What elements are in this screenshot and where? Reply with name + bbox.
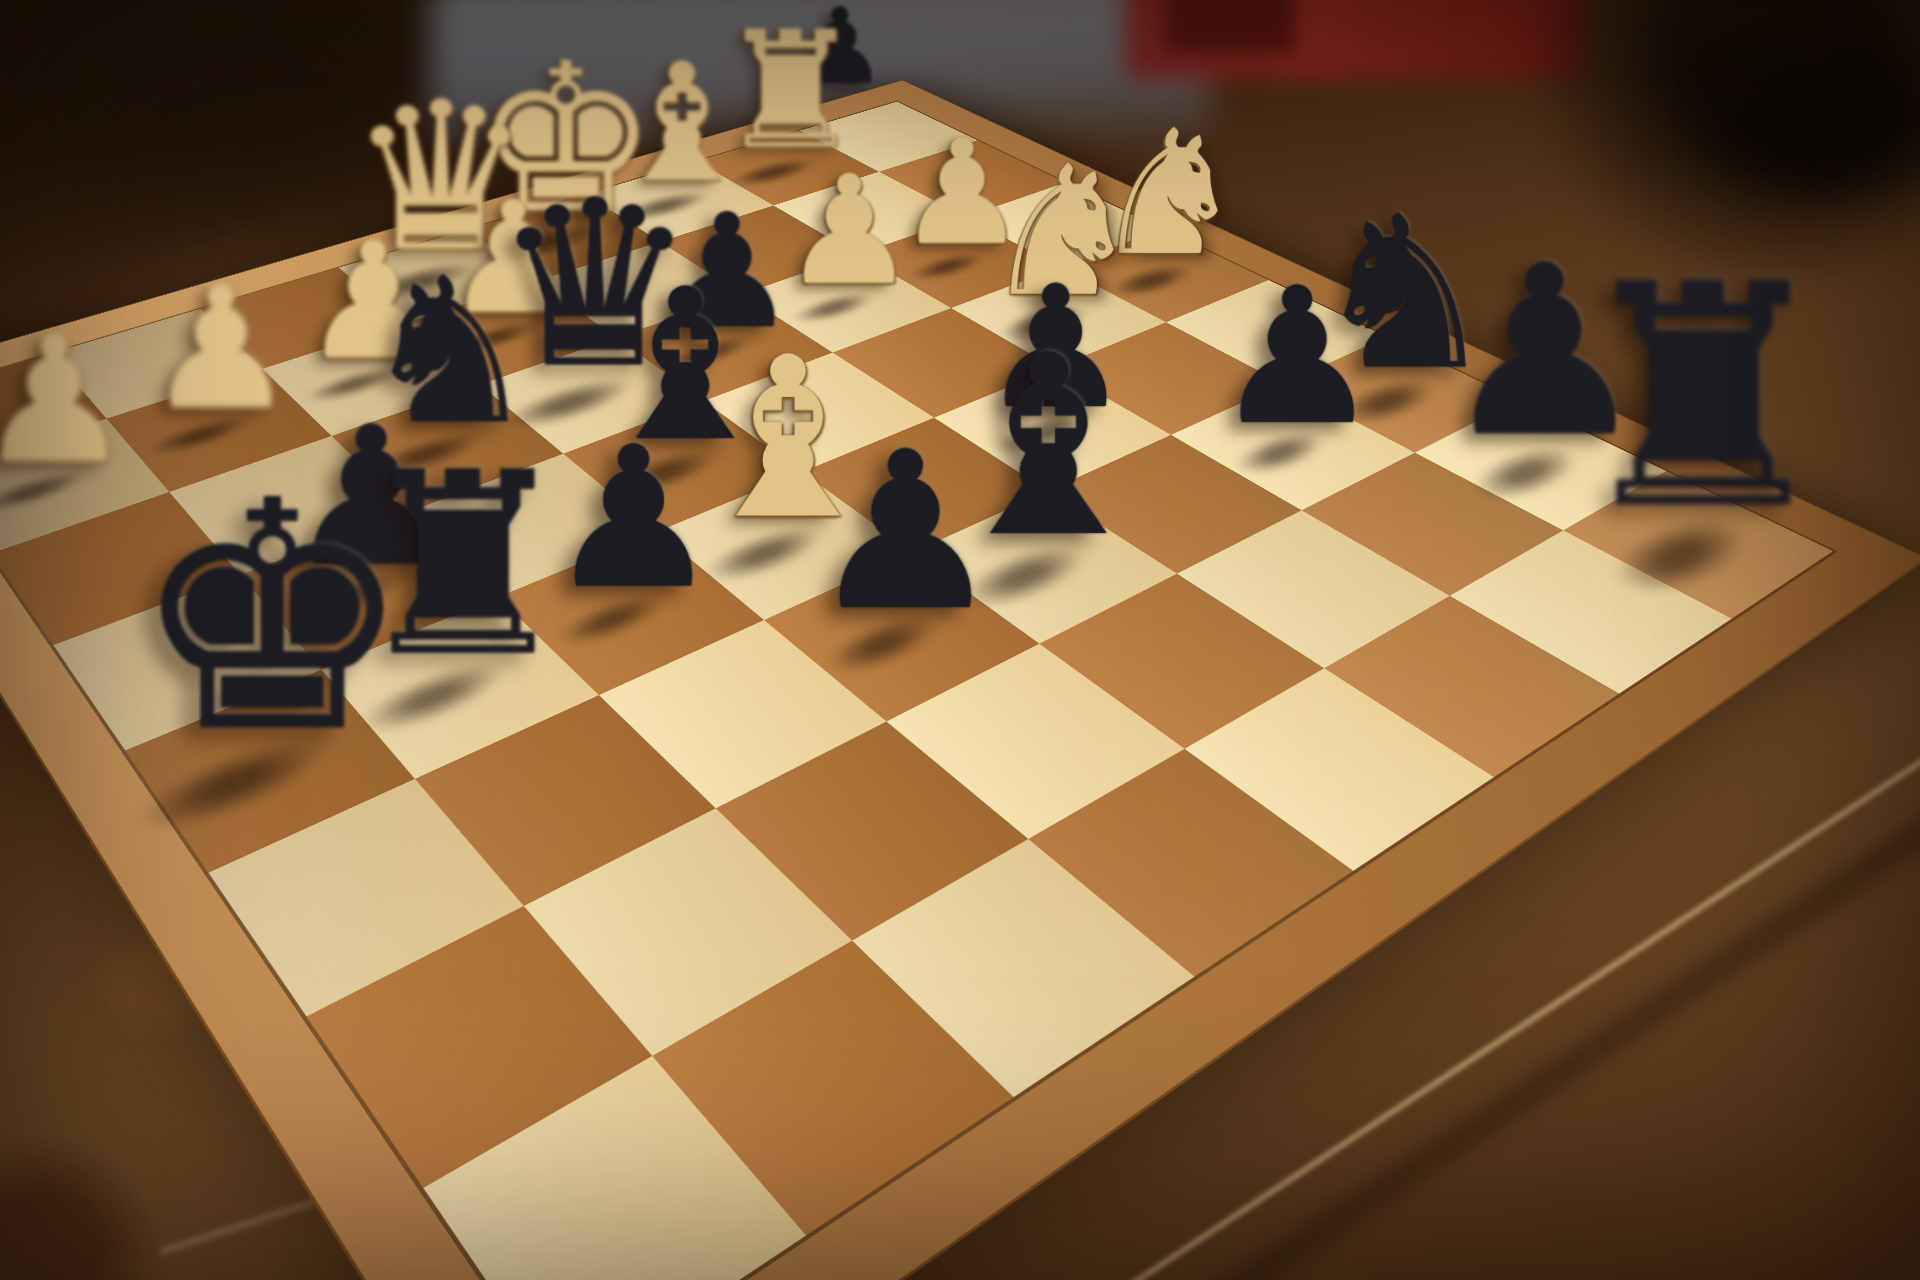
pawn-glyph: ♟: [746, 428, 1063, 635]
board-perspective-wrap: ♛♚♝♜♟♟♟♟♟♟♞♞♝♞♛♟♟♝♚♜♟♟♟♝♟♞♟♜♟: [0, 0, 1920, 1280]
pawn-glyph: ♟: [742, 0, 937, 96]
king-glyph: ♚: [98, 468, 445, 768]
chess-photo-scene: ♛♚♝♜♟♟♟♟♟♟♞♞♝♞♛♟♟♝♚♜♟♟♟♝♟♞♟♜♟: [0, 0, 1920, 1280]
chess-board: ♛♚♝♜♟♟♟♟♟♟♞♞♝♞♛♟♟♝♚♜♟♟♟♝♟♞♟♜♟: [0, 80, 1920, 1280]
rook-glyph: ♜: [1555, 252, 1851, 544]
